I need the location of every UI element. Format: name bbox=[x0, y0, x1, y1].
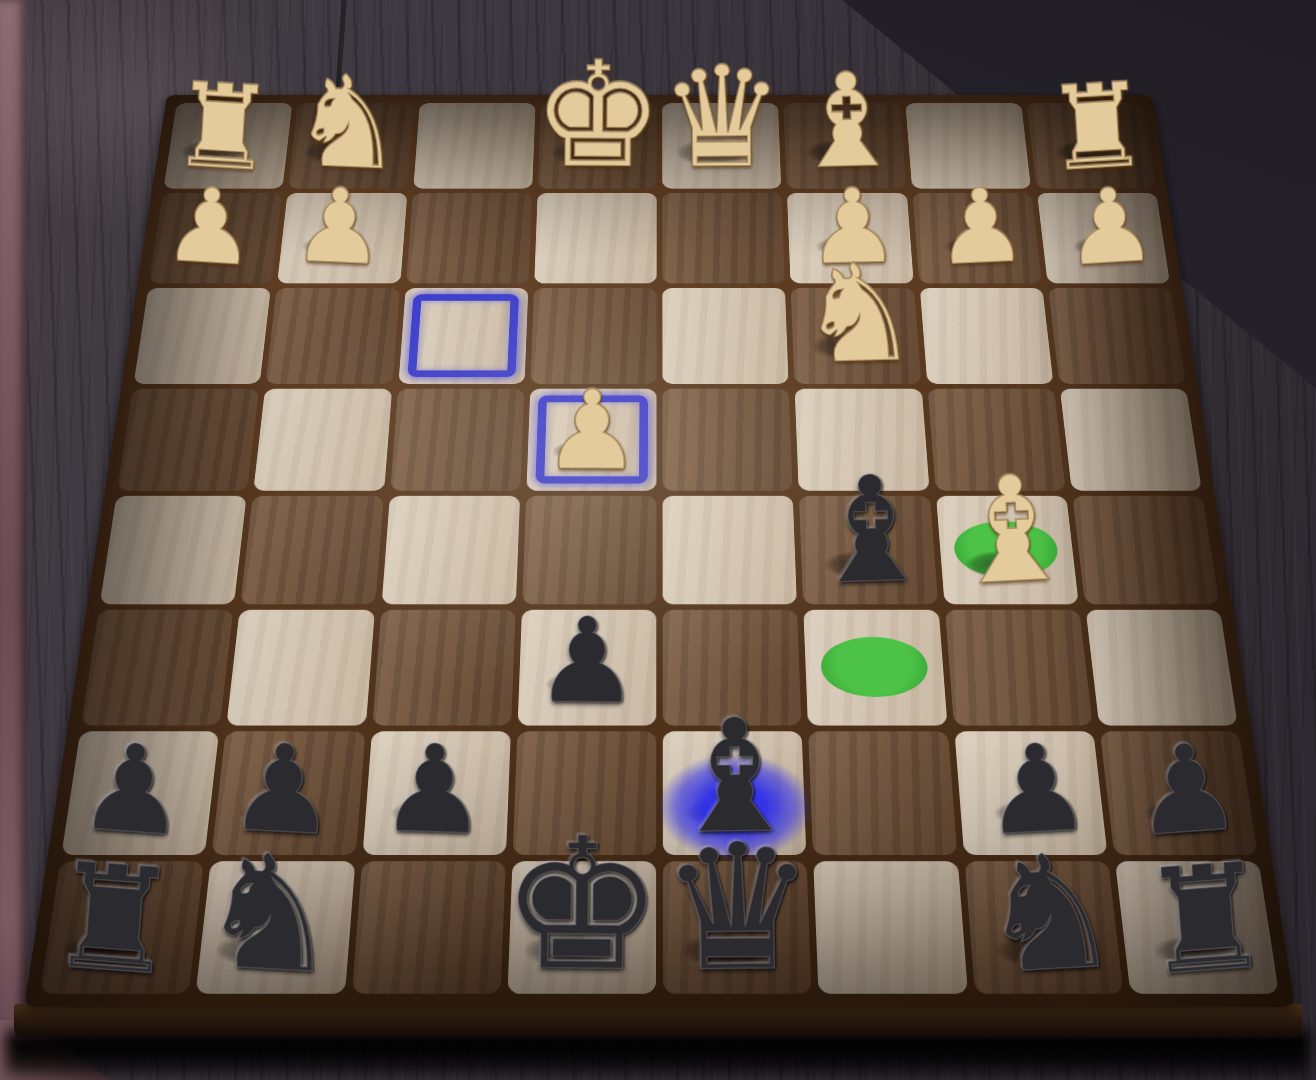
piece-white-pawn-g2[interactable]: ♟ bbox=[290, 182, 387, 271]
piece-black-bishop-c5[interactable]: ♝ bbox=[804, 468, 939, 592]
piece-white-queen-d1[interactable]: ♛ bbox=[659, 60, 785, 176]
piece-white-bishop-c1[interactable]: ♝ bbox=[788, 68, 907, 177]
square-d2[interactable] bbox=[662, 193, 785, 284]
square-a6[interactable] bbox=[1085, 610, 1237, 726]
square-f4[interactable] bbox=[390, 389, 524, 491]
piece-black-rook-h8[interactable]: ♜ bbox=[44, 855, 183, 984]
square-c7[interactable] bbox=[808, 731, 957, 855]
square-e2[interactable] bbox=[534, 193, 657, 284]
piece-white-rook-h1[interactable]: ♜ bbox=[168, 76, 278, 178]
piece-black-pawn-f7[interactable]: ♟ bbox=[378, 738, 490, 841]
floor-plank-left bbox=[0, 0, 27, 1080]
square-a3[interactable] bbox=[1048, 288, 1185, 384]
piece-black-pawn-e6[interactable]: ♟ bbox=[534, 614, 640, 711]
piece-white-rook-a1[interactable]: ♜ bbox=[1042, 76, 1152, 178]
square-f6[interactable] bbox=[372, 610, 515, 726]
square-d3[interactable] bbox=[662, 288, 788, 384]
square-f5[interactable] bbox=[381, 496, 520, 605]
piece-black-knight-g8[interactable]: ♞ bbox=[195, 845, 345, 983]
piece-black-pawn-a7[interactable]: ♟ bbox=[1129, 736, 1245, 843]
piece-white-knight-g1[interactable]: ♞ bbox=[289, 68, 408, 177]
square-g5[interactable] bbox=[240, 496, 383, 605]
piece-white-pawn-a2[interactable]: ♟ bbox=[1061, 181, 1159, 272]
square-b3[interactable] bbox=[919, 288, 1053, 384]
square-f2[interactable] bbox=[406, 193, 532, 284]
chess-app-scene: ♜♞♚♛♝♜♟♟♟♟♟♞♟♝♝♟♝♟♟♟♟♟♜♞♚♛♞♜ bbox=[0, 0, 1316, 1080]
piece-black-queen-d8[interactable]: ♛ bbox=[659, 836, 817, 981]
piece-black-knight-b8[interactable]: ♞ bbox=[975, 845, 1125, 983]
square-f8[interactable] bbox=[352, 861, 506, 994]
square-a4[interactable] bbox=[1060, 389, 1202, 491]
square-c6[interactable] bbox=[804, 610, 947, 726]
piece-white-pawn-b2[interactable]: ♟ bbox=[933, 182, 1030, 271]
square-d5[interactable] bbox=[663, 496, 798, 605]
square-f3[interactable] bbox=[398, 288, 528, 384]
piece-black-pawn-h7[interactable]: ♟ bbox=[75, 736, 191, 843]
square-h3[interactable] bbox=[134, 288, 271, 384]
piece-white-king-e1[interactable]: ♚ bbox=[532, 56, 664, 177]
square-d4[interactable] bbox=[662, 389, 792, 491]
square-g3[interactable] bbox=[266, 288, 400, 384]
piece-white-bishop-b5[interactable]: ♝ bbox=[944, 467, 1081, 593]
piece-black-rook-a8[interactable]: ♜ bbox=[1137, 855, 1276, 984]
square-e5[interactable] bbox=[522, 496, 657, 605]
square-b6[interactable] bbox=[945, 610, 1093, 726]
square-g6[interactable] bbox=[227, 610, 375, 726]
square-a5[interactable] bbox=[1072, 496, 1219, 605]
square-c8[interactable] bbox=[814, 861, 968, 994]
piece-white-knight-c3[interactable]: ♞ bbox=[797, 258, 921, 372]
piece-white-pawn-e4[interactable]: ♟ bbox=[542, 385, 641, 476]
square-h5[interactable] bbox=[100, 496, 247, 605]
square-h4[interactable] bbox=[117, 389, 259, 491]
square-f1[interactable] bbox=[413, 103, 535, 189]
square-g4[interactable] bbox=[254, 389, 392, 491]
square-h6[interactable] bbox=[81, 610, 233, 726]
piece-white-pawn-h2[interactable]: ♟ bbox=[161, 181, 259, 272]
piece-black-king-e8[interactable]: ♚ bbox=[499, 829, 664, 981]
